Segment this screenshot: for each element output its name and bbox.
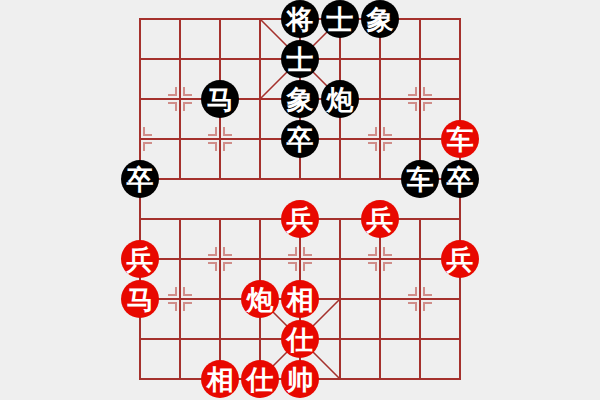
board-cell bbox=[341, 300, 381, 340]
board-cell bbox=[181, 140, 221, 180]
piece-black-horse[interactable]: 马 bbox=[201, 80, 239, 118]
board-cell bbox=[221, 180, 261, 220]
board-cell bbox=[141, 340, 181, 378]
piece-red-soldier-4[interactable]: 兵 bbox=[441, 240, 479, 278]
piece-black-soldier-3[interactable]: 卒 bbox=[441, 160, 479, 198]
piece-red-chariot[interactable]: 车 bbox=[441, 120, 479, 158]
board-cell bbox=[221, 220, 261, 260]
board-cell bbox=[221, 140, 261, 180]
board-cell bbox=[421, 300, 459, 340]
piece-black-advisor-1[interactable]: 士 bbox=[321, 0, 359, 38]
piece-black-cannon[interactable]: 炮 bbox=[321, 80, 359, 118]
piece-red-general[interactable]: 帅 bbox=[281, 360, 319, 398]
xiangqi-board: 将士象士马象炮卒车卒车卒兵兵兵兵马炮相仕相仕帅 bbox=[0, 0, 600, 400]
piece-red-soldier-3[interactable]: 兵 bbox=[121, 240, 159, 278]
piece-black-soldier-2[interactable]: 卒 bbox=[121, 160, 159, 198]
piece-black-soldier-1[interactable]: 卒 bbox=[281, 120, 319, 158]
board-cell bbox=[141, 60, 181, 100]
board-cell bbox=[381, 300, 421, 340]
board-cell bbox=[421, 60, 459, 100]
piece-red-elephant-2[interactable]: 相 bbox=[201, 360, 239, 398]
piece-red-cannon[interactable]: 炮 bbox=[241, 280, 279, 318]
board-cell bbox=[181, 220, 221, 260]
board-cell bbox=[181, 300, 221, 340]
piece-black-advisor-2[interactable]: 士 bbox=[281, 40, 319, 78]
board-cell bbox=[381, 100, 421, 140]
piece-red-advisor-1[interactable]: 仕 bbox=[281, 320, 319, 358]
board-cell bbox=[181, 20, 221, 60]
board-cell bbox=[421, 20, 459, 60]
board-cell bbox=[421, 340, 459, 378]
board-cell bbox=[141, 20, 181, 60]
piece-red-advisor-2[interactable]: 仕 bbox=[241, 360, 279, 398]
piece-red-soldier-1[interactable]: 兵 bbox=[281, 200, 319, 238]
piece-red-elephant-1[interactable]: 相 bbox=[281, 280, 319, 318]
board-cell bbox=[381, 260, 421, 300]
piece-black-chariot[interactable]: 车 bbox=[401, 160, 439, 198]
board-cell bbox=[141, 100, 181, 140]
board-cell bbox=[381, 340, 421, 378]
piece-red-horse[interactable]: 马 bbox=[121, 280, 159, 318]
board-cell bbox=[341, 140, 381, 180]
board-cell bbox=[381, 60, 421, 100]
piece-red-soldier-2[interactable]: 兵 bbox=[361, 200, 399, 238]
piece-black-elephant-1[interactable]: 象 bbox=[361, 0, 399, 38]
board-cell bbox=[341, 340, 381, 378]
board-cell bbox=[181, 260, 221, 300]
board-cell bbox=[181, 180, 221, 220]
piece-black-elephant-2[interactable]: 象 bbox=[281, 80, 319, 118]
piece-black-general[interactable]: 将 bbox=[281, 0, 319, 38]
board-cell bbox=[221, 20, 261, 60]
board-cell bbox=[341, 260, 381, 300]
